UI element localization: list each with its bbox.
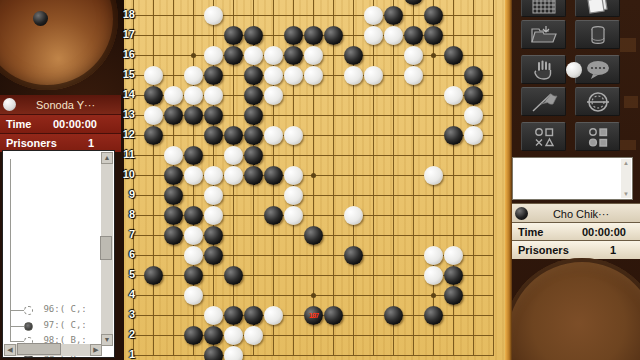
flag-icon — [527, 90, 561, 114]
white-stone-on-bowl — [566, 62, 582, 78]
black-stone — [244, 26, 263, 45]
black-stone — [384, 6, 403, 25]
time-label: Time — [0, 118, 31, 130]
row-label: 16 — [105, 48, 135, 60]
black-stone — [204, 126, 223, 145]
go-board[interactable]: 107 — [124, 0, 505, 360]
time-label: Time — [512, 226, 543, 238]
right-player-time-row: Time 00:00:00 — [512, 222, 640, 241]
black-stone — [204, 246, 223, 265]
white-stone — [364, 26, 383, 45]
right-player-name-row: Cho Chik··· — [512, 203, 640, 223]
row-label: 2 — [105, 328, 135, 340]
msg-scroll-up-icon[interactable]: ▲ — [621, 160, 631, 166]
message-scrollbar[interactable]: ▲ ▼ — [621, 159, 631, 198]
white-stone — [264, 126, 283, 145]
stone-bowl — [512, 258, 640, 360]
white-move-icon — [24, 306, 33, 315]
flag-button[interactable] — [521, 87, 566, 116]
black-stone — [204, 326, 223, 345]
black-stone — [444, 126, 463, 145]
black-stone — [244, 66, 263, 85]
black-stone — [444, 286, 463, 305]
black-stone — [164, 166, 183, 185]
move-list-hscrollbar[interactable]: ◀ ▶ — [4, 344, 102, 356]
goban-grid-icon — [527, 0, 561, 15]
black-stone — [224, 126, 243, 145]
white-stone — [424, 266, 443, 285]
grid-line — [333, 0, 334, 356]
star-point — [431, 53, 436, 58]
white-stone — [424, 166, 443, 185]
black-stone — [464, 66, 483, 85]
white-stone — [344, 66, 363, 85]
white-stone — [184, 166, 203, 185]
white-stone — [224, 166, 243, 185]
hand-button[interactable] — [521, 55, 566, 84]
circle-line-icon — [581, 90, 615, 114]
white-stone — [264, 86, 283, 105]
black-stone — [244, 106, 263, 125]
grid-line — [133, 355, 494, 356]
black-stone — [184, 146, 203, 165]
right-player-prisoners-row: Prisoners 1 — [512, 240, 640, 259]
black-stone — [184, 106, 203, 125]
row-label: 10 — [105, 168, 135, 180]
tree-tick — [10, 357, 24, 358]
white-stone — [424, 246, 443, 265]
black-stone — [144, 86, 163, 105]
black-stone — [244, 306, 263, 325]
last-move-number: 107 — [309, 312, 319, 320]
white-stone — [284, 126, 303, 145]
open-folder-button[interactable] — [521, 20, 566, 49]
white-stone — [184, 226, 203, 245]
row-label: 14 — [105, 88, 135, 100]
black-stone — [144, 126, 163, 145]
black-stone — [204, 346, 223, 360]
black-stone — [164, 206, 183, 225]
move-item[interactable]: 97:( C,: — [3, 319, 99, 334]
row-label: 5 — [105, 268, 135, 280]
white-stone — [404, 66, 423, 85]
black-stone-on-bowl — [33, 11, 48, 26]
row-label: 12 — [105, 128, 135, 140]
black-stone — [284, 26, 303, 45]
left-player-panel: Sonoda Y··· Time 00:00:00 Prisoners 1 — [0, 95, 121, 152]
prisoners-label: Prisoners — [512, 244, 569, 256]
black-stone — [164, 226, 183, 245]
marks-outline-button[interactable] — [521, 122, 566, 151]
white-stone — [164, 86, 183, 105]
black-stone — [444, 266, 463, 285]
white-stone — [244, 326, 263, 345]
tree-tick — [10, 326, 24, 327]
row-label: 15 — [105, 68, 135, 80]
documents-icon — [581, 0, 615, 15]
white-stone — [384, 26, 403, 45]
white-stone — [444, 246, 463, 265]
documents-button[interactable] — [575, 0, 620, 17]
prisoners-label: Prisoners — [0, 137, 57, 149]
black-stone — [404, 0, 423, 5]
row-label: 4 — [105, 288, 135, 300]
black-stone — [304, 26, 323, 45]
black-move-icon — [24, 322, 33, 331]
grid-line — [493, 0, 494, 356]
chat-bubble-icon — [581, 58, 615, 82]
white-stone — [224, 146, 243, 165]
star-point — [431, 293, 436, 298]
grid-line — [373, 0, 374, 356]
black-stone — [244, 86, 263, 105]
white-stone — [204, 206, 223, 225]
black-stone — [244, 166, 263, 185]
white-stone — [264, 66, 283, 85]
star-point — [311, 293, 316, 298]
black-stone — [464, 86, 483, 105]
white-stone — [464, 106, 483, 125]
shapes-filled-icon — [581, 125, 615, 149]
stone-bowl — [0, 0, 118, 90]
white-stone — [204, 166, 223, 185]
white-stone — [204, 306, 223, 325]
scroll-right-icon[interactable]: ▶ — [90, 344, 102, 356]
black-stone — [324, 26, 343, 45]
black-stone — [204, 66, 223, 85]
move-text: 97:( C,: — [38, 320, 87, 330]
black-stone — [344, 246, 363, 265]
white-stone — [284, 206, 303, 225]
white-stone — [144, 106, 163, 125]
white-stone — [364, 6, 383, 25]
black-stone — [264, 206, 283, 225]
white-stone — [304, 46, 323, 65]
white-stone — [444, 86, 463, 105]
row-label: 13 — [105, 108, 135, 120]
white-stone — [184, 286, 203, 305]
black-stone — [424, 26, 443, 45]
white-stone — [304, 66, 323, 85]
white-stone — [204, 186, 223, 205]
black-stone — [224, 266, 243, 285]
black-stone — [224, 46, 243, 65]
black-stone — [164, 186, 183, 205]
row-label: 8 — [105, 208, 135, 220]
white-stone — [224, 326, 243, 345]
white-stone — [204, 86, 223, 105]
move-item[interactable]: 96:( C,: — [3, 303, 99, 318]
time-value: 00:00:00 — [582, 226, 640, 238]
row-label: 1 — [105, 348, 135, 360]
white-stone — [464, 126, 483, 145]
msg-scroll-down-icon[interactable]: ▼ — [621, 191, 631, 197]
black-stone — [144, 266, 163, 285]
black-stone — [244, 126, 263, 145]
star-point — [311, 173, 316, 178]
black-stone — [184, 206, 203, 225]
star-point — [191, 53, 196, 58]
drum-icon — [581, 23, 615, 47]
row-label: 18 — [105, 8, 135, 20]
grid-line — [133, 195, 494, 196]
black-stone — [404, 26, 423, 45]
white-stone — [284, 66, 303, 85]
black-stone: 107 — [304, 306, 323, 325]
right-panel: ▲ ▼ Cho Chik··· Time 00:00:00 Prisoners … — [512, 0, 640, 360]
white-stone — [144, 66, 163, 85]
row-label: 6 — [105, 248, 135, 260]
move-list[interactable]: 96:( C,: 97:( C,: 98:( B,: 99:( B,:100:(… — [2, 150, 115, 358]
white-stone-icon — [3, 98, 16, 111]
black-stone — [224, 26, 243, 45]
black-stone — [264, 166, 283, 185]
grid-line — [153, 0, 154, 356]
right-player-name: Cho Chik··· — [532, 208, 640, 220]
folder-open-icon — [527, 23, 561, 47]
go-client-window: Sonoda Y··· Time 00:00:00 Prisoners 1 96… — [0, 0, 640, 360]
white-stone — [184, 66, 203, 85]
left-player-name-row: Sonoda Y··· — [0, 95, 121, 114]
white-stone — [184, 86, 203, 105]
white-stone — [264, 46, 283, 65]
grid-line — [393, 0, 394, 356]
grid-line — [133, 135, 494, 136]
move-text: 96:( C,: — [38, 304, 87, 314]
white-stone — [204, 46, 223, 65]
hscroll-thumb[interactable] — [17, 343, 61, 355]
black-stone — [164, 106, 183, 125]
white-stone — [284, 166, 303, 185]
row-label: 7 — [105, 228, 135, 240]
black-stone — [424, 306, 443, 325]
row-label: 9 — [105, 188, 135, 200]
black-stone — [224, 306, 243, 325]
drum-button[interactable] — [575, 20, 620, 49]
shapes-outline-icon — [527, 125, 561, 149]
black-stone — [184, 326, 203, 345]
left-player-time-row: Time 00:00:00 — [0, 114, 121, 133]
white-stone — [404, 46, 423, 65]
marks-filled-button[interactable] — [575, 122, 620, 151]
white-stone — [204, 6, 223, 25]
board-edge-highlight — [505, 0, 512, 360]
black-stone — [204, 226, 223, 245]
black-stone — [344, 46, 363, 65]
black-stone-icon — [515, 207, 528, 220]
prisoners-value: 1 — [610, 244, 640, 256]
white-stone — [264, 306, 283, 325]
white-stone — [244, 46, 263, 65]
black-stone — [424, 6, 443, 25]
black-stone — [324, 306, 343, 325]
scroll-left-icon[interactable]: ◀ — [4, 344, 16, 356]
row-label: 3 — [105, 308, 135, 320]
white-stone — [364, 66, 383, 85]
black-stone — [244, 146, 263, 165]
black-stone — [284, 46, 303, 65]
goban-grid-button[interactable] — [521, 0, 566, 17]
hand-icon — [527, 58, 561, 82]
white-stone — [344, 206, 363, 225]
grid-line — [473, 0, 474, 356]
white-stone — [224, 346, 243, 360]
black-stone — [304, 226, 323, 245]
black-stone — [184, 266, 203, 285]
white-stone — [184, 246, 203, 265]
white-stone — [284, 186, 303, 205]
row-label: 17 — [105, 28, 135, 40]
white-stone — [164, 146, 183, 165]
black-stone — [384, 306, 403, 325]
game-message-box[interactable]: ▲ ▼ — [512, 157, 633, 200]
black-stone — [444, 46, 463, 65]
row-label: 11 — [105, 148, 135, 160]
tree-tick — [10, 310, 24, 311]
score-circle-button[interactable] — [575, 87, 620, 116]
black-stone — [204, 106, 223, 125]
